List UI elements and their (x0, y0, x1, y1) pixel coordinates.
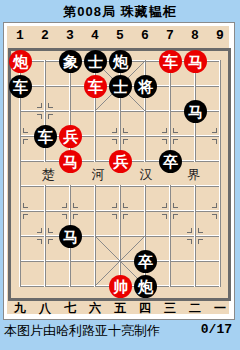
move-counter: 0/17 (201, 322, 232, 337)
piece-black-卒[interactable]: 卒 (159, 150, 182, 173)
piece-red-帅[interactable]: 帅 (109, 275, 132, 298)
file-label-bottom: 二 (183, 300, 207, 317)
point-marker (212, 214, 217, 219)
point-marker (162, 128, 167, 133)
file-label-top: 4 (83, 28, 107, 43)
file-label-top: 6 (133, 28, 157, 43)
piece-black-士[interactable]: 士 (109, 75, 132, 98)
file-label-top: 3 (58, 28, 82, 43)
point-marker (173, 139, 178, 144)
piece-black-象[interactable]: 象 (59, 50, 82, 73)
river-text: 楚 (40, 166, 56, 184)
file-label-bottom: 五 (108, 300, 132, 317)
piece-black-炮[interactable]: 炮 (134, 275, 157, 298)
point-marker (23, 139, 28, 144)
point-marker (187, 239, 192, 244)
file-label-top: 2 (33, 28, 57, 43)
point-marker (48, 114, 53, 119)
piece-red-兵[interactable]: 兵 (109, 150, 132, 173)
page-title: 第008局 珠藏韫柜 (0, 3, 240, 21)
piece-red-车[interactable]: 车 (159, 50, 182, 73)
file-label-top: 5 (108, 28, 132, 43)
piece-black-炮[interactable]: 炮 (109, 50, 132, 73)
piece-red-兵[interactable]: 兵 (59, 125, 82, 148)
point-marker (23, 203, 28, 208)
piece-black-卒[interactable]: 卒 (134, 250, 157, 273)
piece-black-士[interactable]: 士 (84, 50, 107, 73)
point-marker (73, 214, 78, 219)
point-marker (37, 239, 42, 244)
file-label-bottom: 一 (208, 300, 232, 317)
point-marker (23, 128, 28, 133)
point-marker (162, 214, 167, 219)
point-marker (162, 139, 167, 144)
point-marker (48, 239, 53, 244)
point-marker (37, 114, 42, 119)
point-marker (37, 228, 42, 233)
point-marker (123, 128, 128, 133)
point-marker (123, 203, 128, 208)
piece-black-马[interactable]: 马 (184, 100, 207, 123)
point-marker (62, 214, 67, 219)
point-marker (112, 128, 117, 133)
point-marker (62, 203, 67, 208)
point-marker (187, 228, 192, 233)
point-marker (23, 214, 28, 219)
point-marker (48, 103, 53, 108)
point-marker (173, 214, 178, 219)
piece-red-车[interactable]: 车 (84, 75, 107, 98)
point-marker (73, 203, 78, 208)
piece-red-马[interactable]: 马 (59, 150, 82, 173)
piece-red-炮[interactable]: 炮 (9, 50, 32, 73)
point-marker (173, 128, 178, 133)
file-label-top: 9 (208, 28, 232, 43)
point-marker (212, 203, 217, 208)
file-label-top: 1 (8, 28, 32, 43)
point-marker (123, 139, 128, 144)
point-marker (162, 203, 167, 208)
file-label-bottom: 七 (58, 300, 82, 317)
file-label-bottom: 八 (33, 300, 57, 317)
piece-red-马[interactable]: 马 (184, 50, 207, 73)
point-marker (198, 228, 203, 233)
file-label-bottom: 九 (8, 300, 32, 317)
point-marker (112, 203, 117, 208)
point-marker (112, 139, 117, 144)
point-marker (198, 239, 203, 244)
point-marker (48, 228, 53, 233)
river-text: 界 (186, 166, 202, 184)
file-label-top: 8 (183, 28, 207, 43)
point-marker (37, 103, 42, 108)
piece-black-马[interactable]: 马 (59, 225, 82, 248)
river-text: 汉 (138, 166, 154, 184)
file-label-bottom: 六 (83, 300, 107, 317)
piece-black-车[interactable]: 车 (9, 75, 32, 98)
point-marker (212, 139, 217, 144)
xiangqi-board: 123456789 楚河汉界 炮象士炮车马车车士将马车兵马兵卒马卒帅炮 九八七六… (3, 22, 235, 320)
file-label-top: 7 (158, 28, 182, 43)
river-text: 河 (90, 166, 106, 184)
piece-black-车[interactable]: 车 (34, 125, 57, 148)
point-marker (173, 203, 178, 208)
point-marker (112, 214, 117, 219)
file-label-bottom: 四 (133, 300, 157, 317)
credit-text: 本图片由哈利路亚十亮制作 (4, 322, 160, 340)
point-marker (123, 214, 128, 219)
piece-black-将[interactable]: 将 (134, 75, 157, 98)
file-label-bottom: 三 (158, 300, 182, 317)
point-marker (212, 128, 217, 133)
